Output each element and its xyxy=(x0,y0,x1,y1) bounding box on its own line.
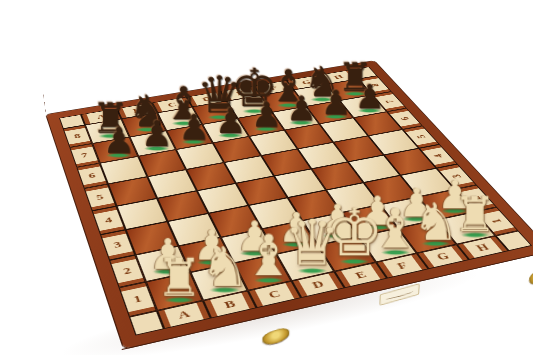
square-a6 xyxy=(100,156,148,184)
brand-label xyxy=(379,283,419,305)
coordinate-label: 6 xyxy=(397,116,413,121)
coordinate-label: 1 xyxy=(487,218,506,225)
coordinate-label: B xyxy=(222,297,237,311)
coord-front-file-a: A xyxy=(157,301,211,330)
border-corner-front-right xyxy=(496,231,533,251)
brass-corner-clasp-icon xyxy=(528,260,533,288)
coordinate-label: 5 xyxy=(413,134,429,140)
coord-left-rank-4: 4 xyxy=(92,206,126,235)
coordinate-label: F xyxy=(268,84,279,91)
coordinate-label: 7 xyxy=(80,151,89,160)
coordinate-label: D xyxy=(310,278,327,291)
coordinate-label: 7 xyxy=(382,99,397,104)
brass-clasp-icon xyxy=(262,326,290,347)
coordinate-label: A xyxy=(176,307,192,322)
photo-scene: ABCDEFGH8♜♞♝♛♚♝♞♜87♟♟♟♟♟♟♟♟7665544332♟♟♟… xyxy=(0,0,533,355)
coordinate-label: 6 xyxy=(87,171,97,181)
coord-left-rank-6: 6 xyxy=(76,163,108,188)
coordinate-label: 4 xyxy=(430,153,447,159)
coord-left-rank-3: 3 xyxy=(100,230,135,261)
coordinate-label: E xyxy=(352,269,368,282)
coordinate-label: 5 xyxy=(95,192,105,202)
coordinate-label: C xyxy=(166,101,178,109)
coordinate-label: B xyxy=(131,107,142,115)
coordinate-label: H xyxy=(332,73,345,81)
coordinate-label: 8 xyxy=(73,132,82,140)
coordinate-label: C xyxy=(266,287,283,301)
coordinate-label: 8 xyxy=(367,83,382,88)
coordinate-label: D xyxy=(201,95,213,103)
coordinate-label: G xyxy=(300,79,313,87)
coordinate-label: G xyxy=(434,250,452,263)
coordinate-label: F xyxy=(394,259,410,272)
coordinate-label: 2 xyxy=(122,265,133,277)
coordinate-label: A xyxy=(95,112,106,120)
coordinate-label: 2 xyxy=(467,195,485,202)
coordinate-label: 3 xyxy=(448,173,465,179)
coordinate-label: H xyxy=(473,241,492,253)
chess-board: ABCDEFGH8♜♞♝♛♚♝♞♜87♟♟♟♟♟♟♟♟7665544332♟♟♟… xyxy=(46,61,533,349)
coordinate-label: 1 xyxy=(132,292,144,305)
coordinate-label: 4 xyxy=(103,215,113,226)
coordinate-label: E xyxy=(235,89,247,97)
coordinate-label: 3 xyxy=(112,239,123,251)
square-b3 xyxy=(167,213,220,246)
